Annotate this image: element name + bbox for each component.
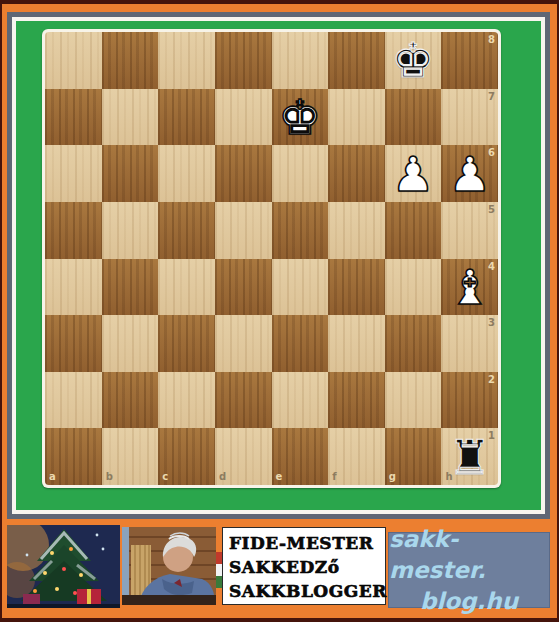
square-f6 [328,145,385,202]
white-bishop-h4: ♝ [448,259,491,315]
square-f2 [328,372,385,429]
square-g1: g [385,428,442,485]
blog-url-box: sakk-mester. blog.hu [388,532,550,608]
square-a8 [45,32,102,89]
square-c1: c [158,428,215,485]
square-c2 [158,372,215,429]
rank-label-8: 8 [488,35,495,45]
square-h2: 2 [441,372,498,429]
square-d4 [215,259,272,316]
square-e6 [272,145,329,202]
square-g3 [385,315,442,372]
coach-photo [122,527,216,605]
rank-label-3: 3 [488,318,495,328]
square-f5 [328,202,385,259]
square-d6 [215,145,272,202]
square-d3 [215,315,272,372]
chessboard: ♚8♚7♟6♟54♝32abcdefg1h♜ [45,32,498,485]
square-b2 [102,372,159,429]
square-b8 [102,32,159,89]
square-c7 [158,89,215,146]
file-label-h: h [445,472,452,482]
square-g7 [385,89,442,146]
square-g6: ♟ [385,145,442,202]
square-e5 [272,202,329,259]
square-e8 [272,32,329,89]
square-f7 [328,89,385,146]
square-f8 [328,32,385,89]
square-g4 [385,259,442,316]
file-label-a: a [49,472,56,482]
blog-url-line-1: sakk-mester. [389,524,549,586]
square-b1: b [102,428,159,485]
square-e1: e [272,428,329,485]
square-a5 [45,202,102,259]
square-f1: f [328,428,385,485]
banner-title-line-1: FIDE-MESTER [229,531,385,555]
square-b7 [102,89,159,146]
square-a3 [45,315,102,372]
square-d1: d [215,428,272,485]
white-king-e7: ♚ [278,89,321,145]
black-rook-h1: ♜ [448,429,491,485]
christmas-tree-image [7,525,120,608]
square-a6 [45,145,102,202]
square-c4 [158,259,215,316]
file-label-g: g [389,472,396,482]
rank-label-6: 6 [488,148,495,158]
banner-title-box: FIDE-MESTER SAKKEDZő SAKKBLOGGER [222,527,386,605]
square-b5 [102,202,159,259]
square-b4 [102,259,159,316]
file-label-b: b [106,472,113,482]
square-e4 [272,259,329,316]
rank-label-7: 7 [488,92,495,102]
square-h4: 4♝ [441,259,498,316]
square-g2 [385,372,442,429]
square-c3 [158,315,215,372]
square-e2 [272,372,329,429]
square-h3: 3 [441,315,498,372]
square-a2 [45,372,102,429]
blog-url-line-2: blog.hu [420,586,518,617]
rank-label-1: 1 [488,431,495,441]
blog-chess-diagram: ♚8♚7♟6♟54♝32abcdefg1h♜ [0,0,559,622]
square-c6 [158,145,215,202]
square-g8: ♚ [385,32,442,89]
white-pawn-g6: ♟ [392,146,435,202]
file-label-c: c [162,472,168,482]
rank-label-4: 4 [488,262,495,272]
square-b3 [102,315,159,372]
square-d5 [215,202,272,259]
square-e7: ♚ [272,89,329,146]
rank-label-5: 5 [488,205,495,215]
square-e3 [272,315,329,372]
square-a4 [45,259,102,316]
rank-label-2: 2 [488,375,495,385]
square-d7 [215,89,272,146]
square-h8: 8 [441,32,498,89]
file-label-e: e [276,472,283,482]
file-label-d: d [219,472,226,482]
square-d2 [215,372,272,429]
square-a1: a [45,428,102,485]
black-king-g8: ♚ [392,32,435,88]
banner-title-line-3: SAKKBLOGGER [229,579,385,603]
square-g5 [385,202,442,259]
square-d8 [215,32,272,89]
white-pawn-h6: ♟ [448,146,491,202]
square-f3 [328,315,385,372]
square-h1: 1h♜ [441,428,498,485]
square-c5 [158,202,215,259]
square-c8 [158,32,215,89]
square-h7: 7 [441,89,498,146]
board-edge: ♚8♚7♟6♟54♝32abcdefg1h♜ [42,29,501,488]
square-h6: 6♟ [441,145,498,202]
square-a7 [45,89,102,146]
banner-title-line-2: SAKKEDZő [229,555,385,579]
square-h5: 5 [441,202,498,259]
square-b6 [102,145,159,202]
square-f4 [328,259,385,316]
file-label-f: f [332,472,336,482]
